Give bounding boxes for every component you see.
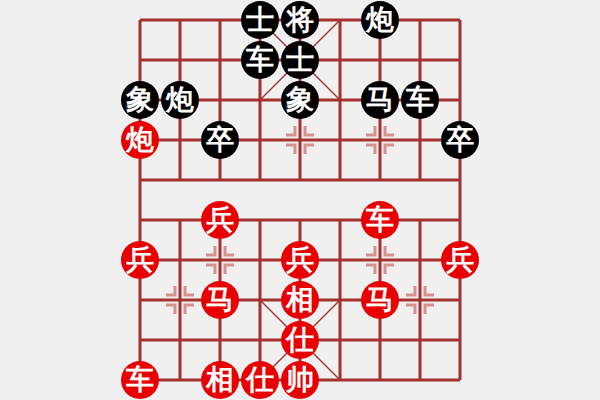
piece-black-cannon[interactable]: 炮 (161, 81, 199, 119)
piece-red-soldier[interactable]: 兵 (441, 241, 479, 279)
piece-glyph: 马 (366, 281, 394, 319)
piece-glyph: 象 (126, 81, 154, 119)
piece-glyph: 车 (366, 201, 394, 239)
piece-glyph: 车 (246, 41, 274, 79)
piece-red-elephant[interactable]: 相 (281, 281, 319, 319)
piece-glyph: 兵 (446, 241, 474, 279)
piece-red-elephant[interactable]: 相 (201, 361, 239, 399)
piece-glyph: 卒 (446, 121, 474, 159)
piece-red-chariot[interactable]: 车 (121, 361, 159, 399)
piece-black-general[interactable]: 将 (281, 1, 319, 39)
piece-glyph: 卒 (206, 121, 234, 159)
piece-glyph: 相 (286, 281, 314, 319)
piece-glyph: 兵 (286, 241, 314, 279)
piece-black-soldier[interactable]: 卒 (201, 121, 239, 159)
piece-glyph: 相 (206, 361, 234, 399)
piece-black-chariot[interactable]: 车 (401, 81, 439, 119)
piece-glyph: 仕 (286, 321, 314, 359)
piece-glyph: 象 (286, 81, 314, 119)
piece-glyph: 士 (286, 41, 314, 79)
piece-black-chariot[interactable]: 车 (241, 41, 279, 79)
piece-red-soldier[interactable]: 兵 (201, 201, 239, 239)
piece-black-elephant[interactable]: 象 (281, 81, 319, 119)
piece-glyph: 炮 (366, 1, 394, 39)
piece-glyph: 仕 (246, 361, 274, 399)
piece-glyph: 帅 (286, 361, 314, 399)
piece-red-advisor[interactable]: 仕 (281, 321, 319, 359)
piece-black-soldier[interactable]: 卒 (441, 121, 479, 159)
xiangqi-board[interactable]: 士将炮车士象炮象马车炮卒卒兵车兵兵兵马相马仕车相仕帅 (120, 0, 480, 400)
piece-black-cannon[interactable]: 炮 (361, 1, 399, 39)
piece-glyph: 士 (246, 1, 274, 39)
piece-red-cannon[interactable]: 炮 (121, 121, 159, 159)
piece-glyph: 炮 (126, 121, 154, 159)
piece-glyph: 车 (126, 361, 154, 399)
piece-glyph: 马 (366, 81, 394, 119)
piece-glyph: 兵 (206, 201, 234, 239)
piece-red-soldier[interactable]: 兵 (281, 241, 319, 279)
piece-glyph: 将 (286, 1, 314, 39)
piece-glyph: 车 (406, 81, 434, 119)
piece-red-horse[interactable]: 马 (201, 281, 239, 319)
piece-black-advisor[interactable]: 士 (241, 1, 279, 39)
piece-glyph: 兵 (126, 241, 154, 279)
piece-black-advisor[interactable]: 士 (281, 41, 319, 79)
piece-black-elephant[interactable]: 象 (121, 81, 159, 119)
piece-black-horse[interactable]: 马 (361, 81, 399, 119)
piece-glyph: 炮 (166, 81, 194, 119)
xiangqi-screen: 士将炮车士象炮象马车炮卒卒兵车兵兵兵马相马仕车相仕帅 (0, 0, 600, 400)
piece-glyph: 马 (206, 281, 234, 319)
piece-red-advisor[interactable]: 仕 (241, 361, 279, 399)
piece-red-soldier[interactable]: 兵 (121, 241, 159, 279)
piece-red-chariot[interactable]: 车 (361, 201, 399, 239)
piece-red-general[interactable]: 帅 (281, 361, 319, 399)
piece-red-horse[interactable]: 马 (361, 281, 399, 319)
